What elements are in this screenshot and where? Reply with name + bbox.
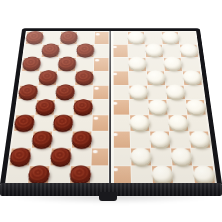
board-square [7,166,29,184]
board-square [18,85,37,99]
board-square [170,132,190,148]
board-square [167,100,186,115]
white-piece [171,148,193,165]
white-piece [186,99,207,114]
white-piece [145,44,163,56]
board-square [57,71,75,85]
board-square [50,149,70,166]
folded-case-bottom-edge [0,183,222,196]
board-square [58,58,76,71]
red-piece [73,99,92,114]
board-square [151,149,171,166]
board-square [111,132,130,148]
board-square [132,166,152,184]
board-square [75,71,93,85]
red-piece [60,31,78,43]
board-playing-surface [5,31,217,184]
red-piece [28,165,50,183]
board-square [162,32,179,44]
board-square [30,149,51,166]
board-square [111,32,127,44]
board-square [53,116,72,131]
board-square [111,149,130,166]
board-square [164,58,182,71]
red-piece [57,57,76,70]
board-square [34,116,54,131]
square-number-mark [95,59,99,61]
board-square [131,116,150,131]
board-square [189,132,210,148]
white-piece [128,31,145,43]
red-piece [18,85,38,99]
board-square [148,85,166,99]
board-square [52,132,72,148]
red-piece [31,131,52,147]
board-square [20,71,39,85]
board-square [56,85,74,99]
white-piece [148,99,168,114]
board-square [12,132,33,148]
board-square [129,45,146,57]
board-square [166,85,185,99]
board-square [147,71,165,85]
board-square [150,132,170,148]
board-square [111,45,128,57]
red-piece [38,70,57,83]
board-square [171,149,192,166]
checkers-board [0,28,222,184]
square-number-mark [95,33,99,35]
board-square [130,85,148,99]
board-square [169,116,189,131]
board-square [73,100,92,115]
board-square [131,132,150,148]
white-piece [129,85,148,99]
white-piece [193,165,216,183]
board-square [111,71,128,85]
hinge-tab [99,192,117,201]
board-square [181,58,199,71]
board-square [37,85,56,99]
board-square [28,166,49,184]
white-piece [152,165,174,183]
red-piece [9,148,31,165]
white-piece [147,70,166,83]
red-piece [22,57,41,70]
board-square [72,132,91,148]
board-square [49,166,70,184]
board-square [186,100,206,115]
board-square [54,100,73,115]
board-square [145,32,162,44]
red-piece [14,115,35,130]
board-square [183,71,202,85]
board-square [128,32,145,44]
board-square [9,149,30,166]
board-square [72,116,91,131]
board-square [14,116,34,131]
board-square [146,58,164,71]
board-square [129,71,147,85]
board-square [150,116,169,131]
square-number-mark [93,150,98,153]
red-piece [25,31,43,43]
white-piece [168,115,189,130]
board-square [111,100,129,115]
red-piece [71,131,91,147]
white-piece [130,115,150,130]
board-square [179,32,197,44]
board-square [173,166,194,184]
red-piece [53,115,73,130]
red-piece [75,70,94,83]
board-square [191,149,212,166]
white-piece [128,57,146,70]
board-square [32,132,52,148]
red-piece [35,99,55,114]
board-square [163,45,181,57]
board-square [129,58,146,71]
board-square [71,149,91,166]
white-piece [189,131,211,147]
board-square [149,100,168,115]
board-square [16,100,36,115]
white-piece [180,44,199,56]
board-square [76,45,93,57]
board-fold-hinge [108,31,114,184]
board-square [152,166,173,184]
white-piece [131,148,152,165]
board-square [111,116,130,131]
board-square [40,58,58,71]
red-piece [69,165,90,183]
board-square [74,85,92,99]
white-piece [161,31,179,43]
white-piece [182,70,202,83]
board-square [59,45,76,57]
red-piece [55,85,74,99]
board-square [35,100,54,115]
board-square [111,85,129,99]
board-square [38,71,56,85]
red-piece [50,148,71,165]
board-square [130,100,149,115]
board-square [24,45,42,57]
board-square [146,45,163,57]
board-square [165,71,183,85]
square-number-mark [94,87,98,90]
board-square [188,116,208,131]
board-square [60,32,77,44]
board-square [180,45,198,57]
board-square [131,149,151,166]
white-piece [163,57,182,70]
board-square [22,58,40,71]
white-piece [150,131,171,147]
product-photo-scene [0,0,222,222]
red-piece [76,44,94,56]
board-square [184,85,203,99]
white-piece [166,85,186,99]
board-square [111,166,131,184]
board-square [41,45,59,57]
red-piece [41,44,59,56]
board-square [193,166,215,184]
board-square [70,166,90,184]
board-square [26,32,44,44]
board-square [111,58,128,71]
board-square [43,32,60,44]
board-square [77,32,94,44]
square-number-mark [93,117,98,120]
board-square [76,58,93,71]
